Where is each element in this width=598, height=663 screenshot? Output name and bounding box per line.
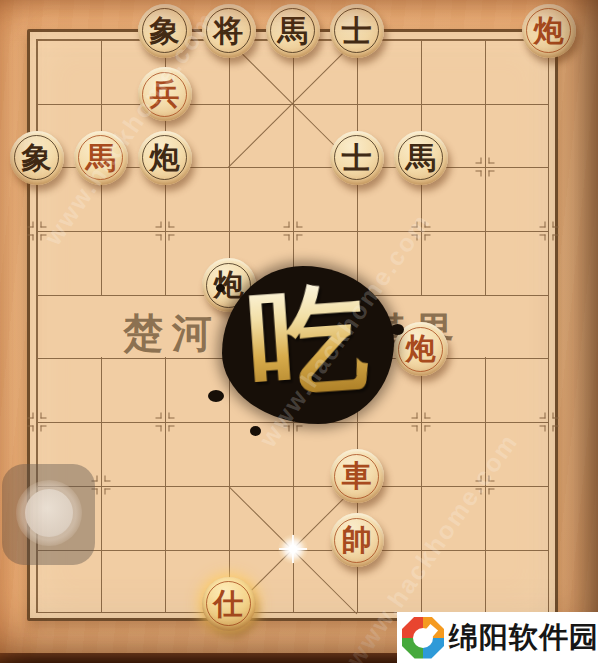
piece-red-horse[interactable]: 馬 (74, 131, 128, 185)
piece-glyph: 士 (342, 143, 372, 173)
piece-glyph: 士 (342, 16, 372, 46)
piece-glyph: 馬 (406, 143, 436, 173)
piece-glyph: 象 (150, 16, 180, 46)
site-logo-text: 绵阳软件园 (449, 618, 598, 658)
ink-splatter (208, 390, 224, 402)
piece-glyph: 兵 (150, 79, 180, 109)
piece-glyph: 炮 (534, 16, 564, 46)
piece-black-horse[interactable]: 馬 (266, 4, 320, 58)
piece-red-soldier[interactable]: 兵 (138, 67, 192, 121)
capture-banner: 吃 (222, 266, 394, 424)
piece-red-chariot[interactable]: 車 (330, 449, 384, 503)
piece-red-cannon[interactable]: 炮 (522, 4, 576, 58)
piece-black-cannon[interactable]: 炮 (138, 131, 192, 185)
piece-glyph: 帥 (342, 525, 372, 555)
piece-black-horse[interactable]: 馬 (394, 131, 448, 185)
piece-glyph: 炮 (406, 334, 436, 364)
piece-glyph: 車 (342, 461, 372, 491)
piece-glyph: 仕 (214, 589, 244, 619)
capture-character: 吃 (245, 277, 371, 403)
game-screen: 楚河 漢界 象将馬士炮兵象馬炮士馬炮炮車帥仕 吃 www.hackhome.co… (0, 0, 598, 663)
touch-joystick[interactable] (2, 464, 95, 565)
pinwheel-logo-icon (402, 617, 444, 659)
site-logo: 绵阳软件园 (397, 612, 598, 663)
piece-black-elephant[interactable]: 象 (138, 4, 192, 58)
piece-glyph: 馬 (86, 143, 116, 173)
ink-splatter (216, 284, 225, 292)
joystick-knob[interactable] (25, 489, 73, 537)
piece-glyph: 将 (214, 16, 244, 46)
piece-glyph: 炮 (150, 143, 180, 173)
piece-black-general[interactable]: 将 (202, 4, 256, 58)
piece-glyph: 象 (22, 143, 52, 173)
piece-glyph: 馬 (278, 16, 308, 46)
piece-black-advisor[interactable]: 士 (330, 4, 384, 58)
ink-splatter (250, 426, 261, 436)
ink-splatter (391, 324, 404, 335)
move-target-sparkle (278, 534, 308, 564)
piece-red-advisor[interactable]: 仕 (202, 577, 256, 631)
piece-black-advisor[interactable]: 士 (330, 131, 384, 185)
piece-black-elephant[interactable]: 象 (10, 131, 64, 185)
piece-red-general[interactable]: 帥 (330, 513, 384, 567)
